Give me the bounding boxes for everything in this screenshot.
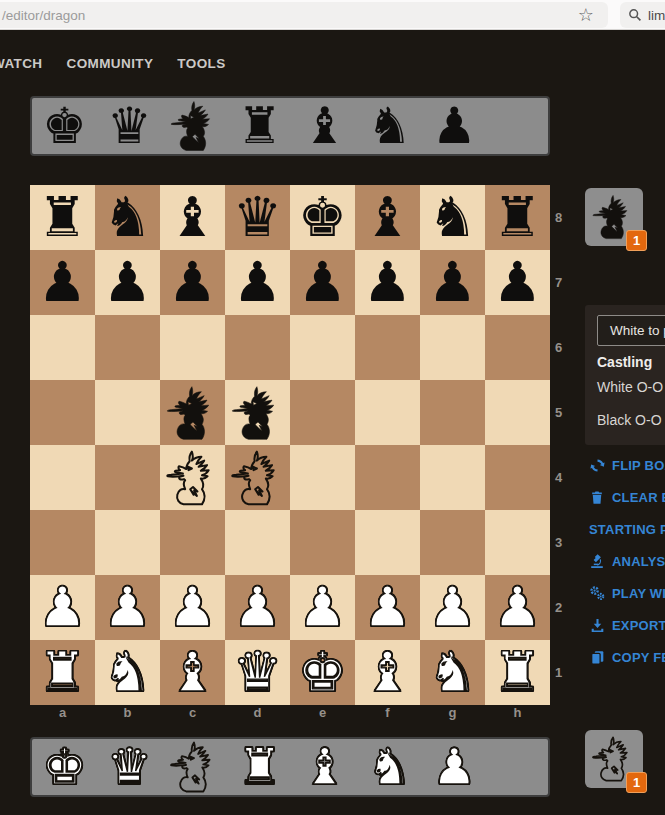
white-rook[interactable]: ♜ [493,645,542,700]
square-b1[interactable]: ♞ [95,640,160,705]
black-queen[interactable]: ♛ [107,101,152,151]
nav-item-community[interactable]: COMMUNITY [67,56,154,71]
main-nav: WATCH COMMUNITY TOOLS [0,56,226,71]
black-bishop[interactable]: ♝ [363,190,412,245]
white-king[interactable]: ♚ [42,742,87,792]
black-rook[interactable]: ♜ [38,190,87,245]
white-pocket-count-badge: 1 [626,772,647,793]
square-g3[interactable] [420,510,485,575]
white-queen[interactable]: ♛ [107,742,152,792]
copy-fen-button[interactable]: COPY FEN [589,641,665,673]
square-e1[interactable]: ♚ [290,640,355,705]
white-pawn[interactable]: ♟ [432,742,477,792]
castling-title: Castling [597,354,652,370]
white-dragon[interactable] [169,741,221,793]
square-b8[interactable]: ♞ [95,185,160,250]
black-knight[interactable]: ♞ [367,101,412,151]
square-f5[interactable] [355,380,420,445]
square-h6[interactable] [485,315,550,380]
white-knight[interactable]: ♞ [428,645,477,700]
square-f6[interactable] [355,315,420,380]
black-knight[interactable]: ♞ [103,190,152,245]
square-a2[interactable]: ♟ [30,575,95,640]
tray-black-rook[interactable]: ♜ [227,98,292,154]
square-c3[interactable] [160,510,225,575]
square-g1[interactable]: ♞ [420,640,485,705]
square-a8[interactable]: ♜ [30,185,95,250]
black-pawn[interactable]: ♟ [432,101,477,151]
copy-fen-button-label: COPY FEN [612,650,665,665]
starting-position-button[interactable]: STARTING POSITION [589,513,665,545]
square-d4[interactable] [225,445,290,510]
tray-black-knight[interactable]: ♞ [357,98,422,154]
white-dragon[interactable] [230,450,286,506]
square-d1[interactable]: ♛ [225,640,290,705]
square-a6[interactable] [30,315,95,380]
tray-white-queen[interactable]: ♛ [97,739,162,795]
square-a4[interactable] [30,445,95,510]
file-label-h: h [485,705,550,723]
search-icon [628,8,642,22]
starting-position-button-label: STARTING POSITION [589,522,665,537]
tray-white-king[interactable]: ♚ [32,739,97,795]
black-rook[interactable]: ♜ [493,190,542,245]
clear-board-button[interactable]: CLEAR BOARD [589,481,665,513]
black-dragon[interactable] [169,100,221,152]
microscope-icon [589,553,605,569]
black-pawn[interactable]: ♟ [38,255,87,310]
square-b4[interactable] [95,445,160,510]
black-pocket-dragon[interactable]: 1 [585,188,643,246]
white-king[interactable]: ♚ [298,645,347,700]
square-c2[interactable]: ♟ [160,575,225,640]
tray-white-dragon[interactable] [162,739,227,795]
square-d6[interactable] [225,315,290,380]
square-g5[interactable] [420,380,485,445]
square-c6[interactable] [160,315,225,380]
square-g7[interactable]: ♟ [420,250,485,315]
trash-icon [589,489,605,505]
turn-select[interactable]: White to play [597,315,665,346]
black-pawn[interactable]: ♟ [298,255,347,310]
square-d7[interactable]: ♟ [225,250,290,315]
tray-black-king[interactable]: ♚ [32,98,97,154]
black-pocket-count-badge: 1 [626,230,647,251]
rank-label-1: 1 [551,640,569,705]
clear-board-button-label: CLEAR BOARD [612,490,665,505]
square-b3[interactable] [95,510,160,575]
tray-black-bishop[interactable]: ♝ [292,98,357,154]
rank-label-4: 4 [551,445,569,510]
square-b7[interactable]: ♟ [95,250,160,315]
analysis-button-label: ANALYSIS [612,554,665,569]
black-pawn[interactable]: ♟ [168,255,217,310]
black-pawn[interactable]: ♟ [363,255,412,310]
rank-label-8: 8 [551,185,569,250]
nav-item-tools[interactable]: TOOLS [177,56,225,71]
board: ♜♞♝♛♚♝♞♜♟♟♟♟♟♟♟♟♟♟♟♟♟♟♟♟♜♞♝♛♚♝♞♜ [30,185,550,705]
square-f4[interactable] [355,445,420,510]
square-h8[interactable]: ♜ [485,185,550,250]
square-c8[interactable]: ♝ [160,185,225,250]
browser-bar: /editor/dragon ☆ limsu [0,0,665,30]
castling-black-label: Black O-O [597,412,662,428]
file-label-f: f [355,705,420,723]
square-d2[interactable]: ♟ [225,575,290,640]
square-b6[interactable] [95,315,160,380]
tray-white-rook[interactable]: ♜ [227,739,292,795]
square-c5[interactable] [160,380,225,445]
rank-label-5: 5 [551,380,569,445]
bookmark-star-icon[interactable]: ☆ [578,2,594,28]
square-a5[interactable] [30,380,95,445]
white-bishop[interactable]: ♝ [168,645,217,700]
black-dragon[interactable] [230,385,286,441]
white-piece-tray: ♚♛♜♝♞♟ [30,737,550,797]
black-dragon[interactable] [165,385,221,441]
square-b2[interactable]: ♟ [95,575,160,640]
square-d3[interactable] [225,510,290,575]
white-pawn[interactable]: ♟ [428,580,477,635]
square-e7[interactable]: ♟ [290,250,355,315]
square-e4[interactable] [290,445,355,510]
white-knight[interactable]: ♞ [367,742,412,792]
square-c7[interactable]: ♟ [160,250,225,315]
white-bishop[interactable]: ♝ [302,742,347,792]
square-g6[interactable] [420,315,485,380]
black-pawn[interactable]: ♟ [103,255,152,310]
square-f1[interactable]: ♝ [355,640,420,705]
rank-label-2: 2 [551,575,569,640]
square-e5[interactable] [290,380,355,445]
analysis-button[interactable]: ANALYSIS [589,545,665,577]
rank-label-3: 3 [551,510,569,575]
castling-white-label: White O-O [597,379,663,395]
square-h5[interactable] [485,380,550,445]
export-button[interactable]: EXPORT [589,609,665,641]
square-a1[interactable]: ♜ [30,640,95,705]
copy-icon [589,649,605,665]
file-label-c: c [160,705,225,723]
gears-icon [589,585,605,601]
black-pawn[interactable]: ♟ [493,255,542,310]
square-a7[interactable]: ♟ [30,250,95,315]
square-f7[interactable]: ♟ [355,250,420,315]
square-g2[interactable]: ♟ [420,575,485,640]
white-pawn[interactable]: ♟ [168,580,217,635]
black-bishop[interactable]: ♝ [168,190,217,245]
square-d8[interactable]: ♛ [225,185,290,250]
square-b5[interactable] [95,380,160,445]
rank-label-6: 6 [551,315,569,380]
white-pawn[interactable]: ♟ [363,580,412,635]
file-label-e: e [290,705,355,723]
search-text: limsu [648,8,665,23]
square-f3[interactable] [355,510,420,575]
square-h7[interactable]: ♟ [485,250,550,315]
black-king[interactable]: ♚ [298,190,347,245]
rank-labels: 87654321 [551,185,569,705]
square-e3[interactable] [290,510,355,575]
square-e2[interactable]: ♟ [290,575,355,640]
url-field[interactable]: /editor/dragon ☆ [0,2,608,28]
file-labels: abcdefgh [30,705,550,723]
file-label-d: d [225,705,290,723]
play-with-button[interactable]: PLAY WITH... [589,577,665,609]
square-h3[interactable] [485,510,550,575]
square-h1[interactable]: ♜ [485,640,550,705]
square-c1[interactable]: ♝ [160,640,225,705]
black-rook[interactable]: ♜ [237,101,282,151]
white-pocket-dragon[interactable]: 1 [585,730,643,788]
board-editor-page: /editor/dragon ☆ limsu WATCH COMMUNITY T… [0,0,665,815]
square-a3[interactable] [30,510,95,575]
black-bishop[interactable]: ♝ [302,101,347,151]
tray-black-dragon[interactable] [162,98,227,154]
square-c4[interactable] [160,445,225,510]
url-text: /editor/dragon [2,8,85,23]
file-label-a: a [30,705,95,723]
white-pawn[interactable]: ♟ [38,580,87,635]
black-pawn[interactable]: ♟ [428,255,477,310]
export-button-label: EXPORT [612,618,665,633]
flip-icon [589,457,605,473]
white-bishop[interactable]: ♝ [363,645,412,700]
black-knight[interactable]: ♞ [428,190,477,245]
file-label-b: b [95,705,160,723]
black-pawn[interactable]: ♟ [233,255,282,310]
square-g4[interactable] [420,445,485,510]
white-pawn[interactable]: ♟ [493,580,542,635]
action-list: FLIP BOARDCLEAR BOARDSTARTING POSITIONAN… [589,449,665,673]
download-icon [589,617,605,633]
square-e8[interactable]: ♚ [290,185,355,250]
play-with-button-label: PLAY WITH... [612,586,665,601]
black-queen[interactable]: ♛ [233,190,282,245]
white-pawn[interactable]: ♟ [103,580,152,635]
flip-board-button-label: FLIP BOARD [612,458,665,473]
square-g8[interactable]: ♞ [420,185,485,250]
white-knight[interactable]: ♞ [103,645,152,700]
white-rook[interactable]: ♜ [237,742,282,792]
flip-board-button[interactable]: FLIP BOARD [589,449,665,481]
tray-black-pawn[interactable]: ♟ [422,98,487,154]
white-pawn[interactable]: ♟ [233,580,282,635]
square-e6[interactable] [290,315,355,380]
tray-white-bishop[interactable]: ♝ [292,739,357,795]
rank-label-7: 7 [551,250,569,315]
tray-black-queen[interactable]: ♛ [97,98,162,154]
white-dragon[interactable] [165,450,221,506]
tray-white-pawn[interactable]: ♟ [422,739,487,795]
white-queen[interactable]: ♛ [233,645,282,700]
square-f2[interactable]: ♟ [355,575,420,640]
black-piece-tray: ♚♛♜♝♞♟ [30,96,550,156]
nav-item-watch[interactable]: WATCH [0,56,43,71]
white-pawn[interactable]: ♟ [298,580,347,635]
square-h2[interactable]: ♟ [485,575,550,640]
black-king[interactable]: ♚ [42,101,87,151]
options-panel: White to play Castling White O-O Black O… [585,305,665,445]
white-rook[interactable]: ♜ [38,645,87,700]
tray-white-knight[interactable]: ♞ [357,739,422,795]
file-label-g: g [420,705,485,723]
search-input[interactable]: limsu [620,2,665,28]
square-f8[interactable]: ♝ [355,185,420,250]
square-h4[interactable] [485,445,550,510]
square-d5[interactable] [225,380,290,445]
